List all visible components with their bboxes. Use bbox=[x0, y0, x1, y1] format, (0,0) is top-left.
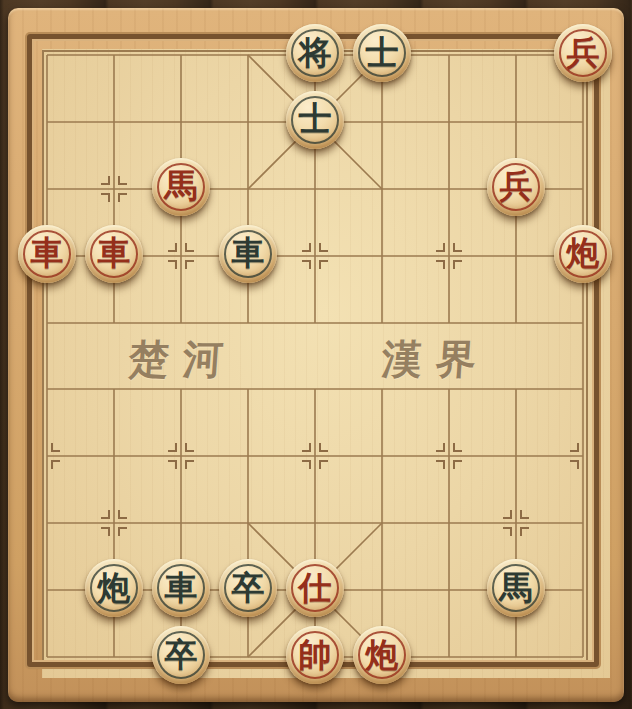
piece-black-advisor[interactable]: 士 bbox=[286, 91, 344, 149]
xiangqi-screen: { "game": "xiangqi", "position": { "fen"… bbox=[0, 0, 632, 709]
piece-black-advisor[interactable]: 士 bbox=[353, 24, 411, 82]
piece-glyph: 車 bbox=[18, 225, 76, 283]
piece-glyph: 将 bbox=[286, 24, 344, 82]
piece-red-general[interactable]: 帥 bbox=[286, 626, 344, 684]
piece-glyph: 炮 bbox=[85, 559, 143, 617]
piece-black-chariot[interactable]: 車 bbox=[152, 559, 210, 617]
piece-glyph: 車 bbox=[219, 225, 277, 283]
piece-glyph: 兵 bbox=[554, 24, 612, 82]
piece-red-chariot[interactable]: 車 bbox=[85, 225, 143, 283]
piece-red-cannon[interactable]: 炮 bbox=[353, 626, 411, 684]
piece-glyph: 兵 bbox=[487, 158, 545, 216]
piece-black-soldier[interactable]: 卒 bbox=[219, 559, 277, 617]
piece-glyph: 仕 bbox=[286, 559, 344, 617]
piece-red-horse[interactable]: 馬 bbox=[152, 158, 210, 216]
piece-glyph: 馬 bbox=[487, 559, 545, 617]
piece-red-advisor[interactable]: 仕 bbox=[286, 559, 344, 617]
piece-red-soldier[interactable]: 兵 bbox=[487, 158, 545, 216]
piece-glyph: 馬 bbox=[152, 158, 210, 216]
piece-black-cannon[interactable]: 炮 bbox=[85, 559, 143, 617]
piece-black-chariot[interactable]: 車 bbox=[219, 225, 277, 283]
piece-glyph: 炮 bbox=[353, 626, 411, 684]
piece-glyph: 士 bbox=[353, 24, 411, 82]
piece-glyph: 士 bbox=[286, 91, 344, 149]
river-label-right: 漢界 bbox=[380, 332, 492, 387]
river-label-left: 楚河 bbox=[127, 332, 239, 387]
piece-black-general[interactable]: 将 bbox=[286, 24, 344, 82]
piece-glyph: 卒 bbox=[219, 559, 277, 617]
piece-glyph: 車 bbox=[85, 225, 143, 283]
piece-glyph: 車 bbox=[152, 559, 210, 617]
piece-glyph: 卒 bbox=[152, 626, 210, 684]
piece-glyph: 帥 bbox=[286, 626, 344, 684]
piece-red-cannon[interactable]: 炮 bbox=[554, 225, 612, 283]
piece-red-chariot[interactable]: 車 bbox=[18, 225, 76, 283]
piece-black-horse[interactable]: 馬 bbox=[487, 559, 545, 617]
piece-black-soldier[interactable]: 卒 bbox=[152, 626, 210, 684]
piece-red-soldier[interactable]: 兵 bbox=[554, 24, 612, 82]
piece-glyph: 炮 bbox=[554, 225, 612, 283]
